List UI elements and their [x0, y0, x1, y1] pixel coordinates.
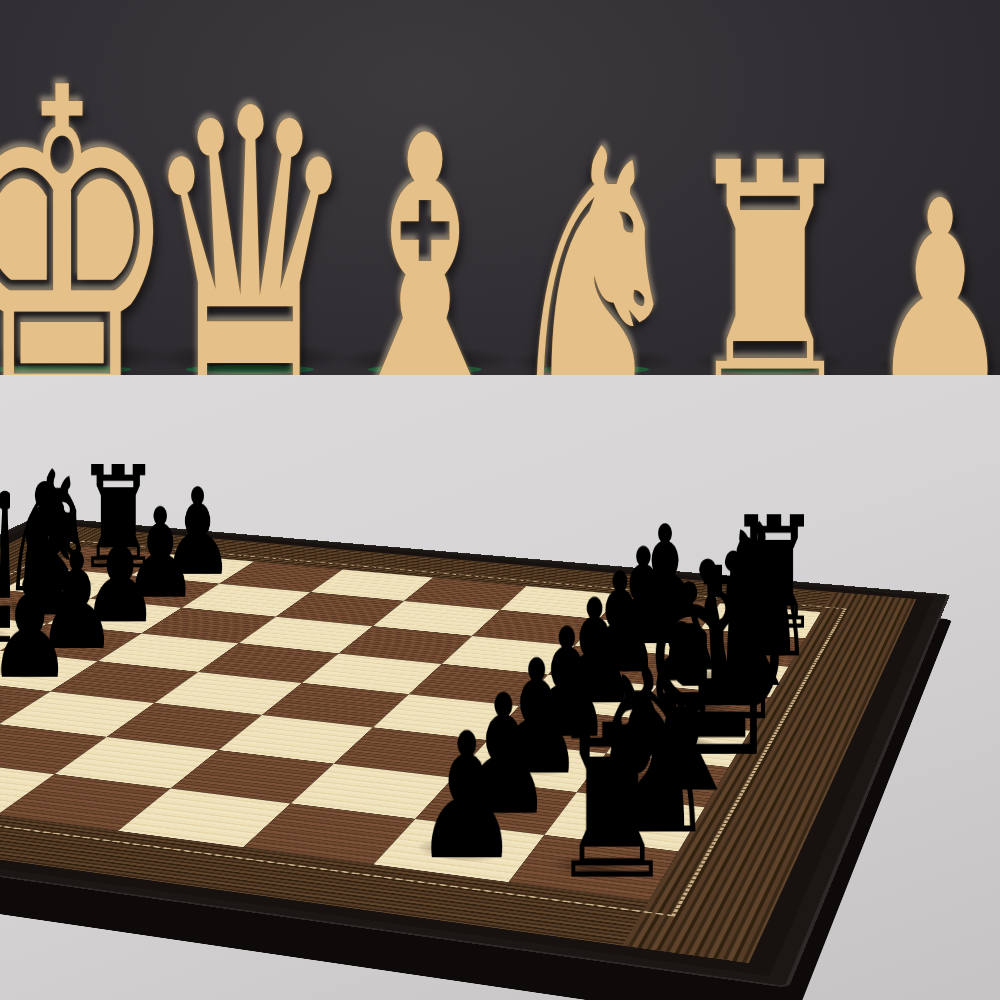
chess-set-product-photo: ♚♛♝♞♜♟ ♜♟♞♟♝♟♟♜♛♟♟♞♚♟♟♝♝♟♟♛♞♟♟♚♜♟♟♝♟♞♟♜ — [0, 0, 1000, 1000]
rook-glyph: ♜ — [684, 123, 856, 375]
chessboard: ♜♟♞♟♝♟♟♜♛♟♟♞♚♟♟♝♝♟♟♛♞♟♟♚♜♟♟♝♟♞♟♜ — [0, 516, 950, 988]
knight-glyph: ♞ — [503, 107, 686, 375]
board-photo-panel: ♜♟♞♟♝♟♟♜♛♟♟♞♚♟♟♝♝♟♟♛♞♟♟♚♜♟♟♝♟♞♟♜ — [0, 375, 1000, 1000]
bishop-glyph: ♝ — [328, 91, 523, 375]
queen-glyph: ♛ — [142, 59, 359, 375]
pawn-glyph: ♟ — [869, 167, 1000, 375]
board-scene: ♜♟♞♟♝♟♟♜♛♟♟♞♚♟♟♝♝♟♟♛♞♟♟♚♜♟♟♝♟♞♟♜ — [0, 375, 1000, 1000]
pieces-lineup-panel: ♚♛♝♞♜♟ — [0, 0, 1000, 375]
